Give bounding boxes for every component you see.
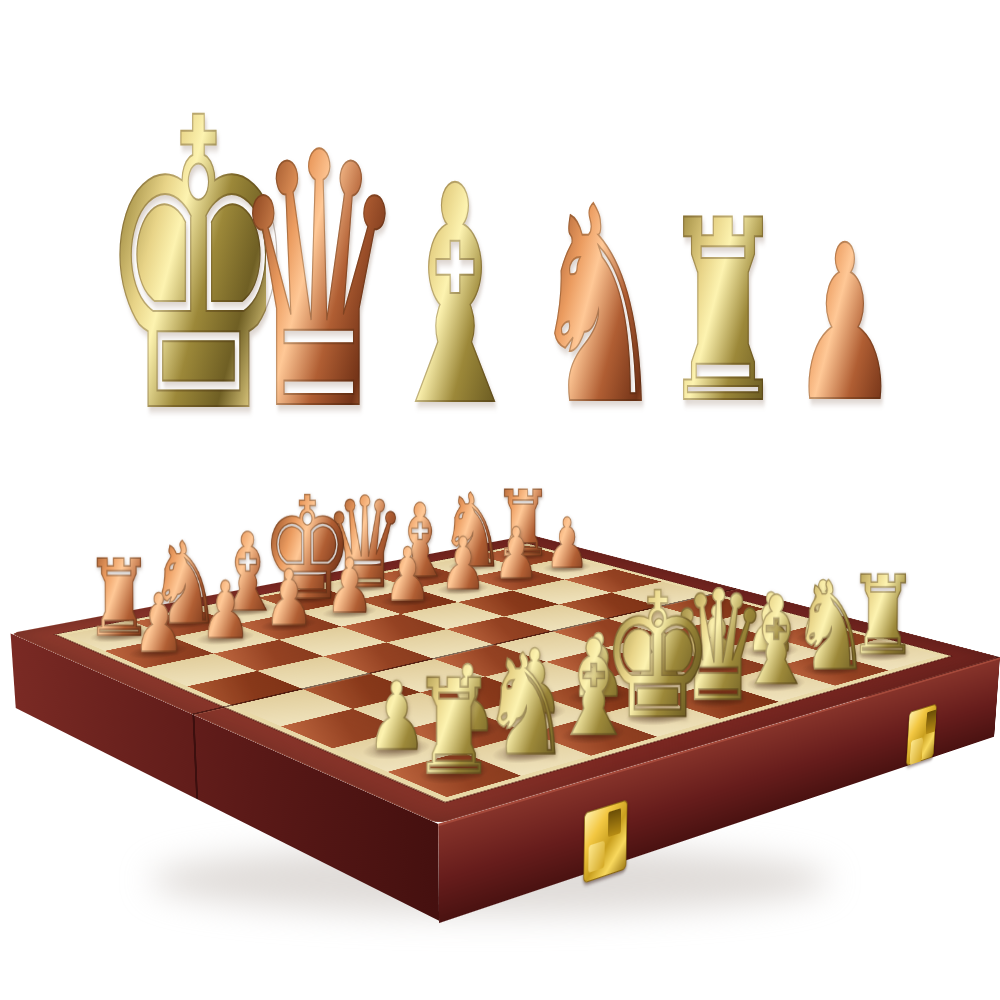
board-scene: ♜♞♝♚♛♝♞♜♟♟♟♟♟♟♟♟♟♟♟♟♟♟♟♟♜♞♝♚♛♝♞♜ xyxy=(0,0,1000,1000)
gold-latch-left xyxy=(583,799,627,883)
chess-set-product-photo: ♚♛♝♞♜♟ ♜♞♝♚♛♝♞♜♟♟♟♟♟♟♟♟♟♟♟♟♟♟♟♟♜♞♝♚♛♝♞♜ xyxy=(0,0,1000,1000)
folding-chessboard: ♜♞♝♚♛♝♞♜♟♟♟♟♟♟♟♟♟♟♟♟♟♟♟♟♜♞♝♚♛♝♞♜ xyxy=(11,535,1000,824)
gold-latch-right xyxy=(906,703,937,766)
fold-seam-side xyxy=(192,714,198,799)
